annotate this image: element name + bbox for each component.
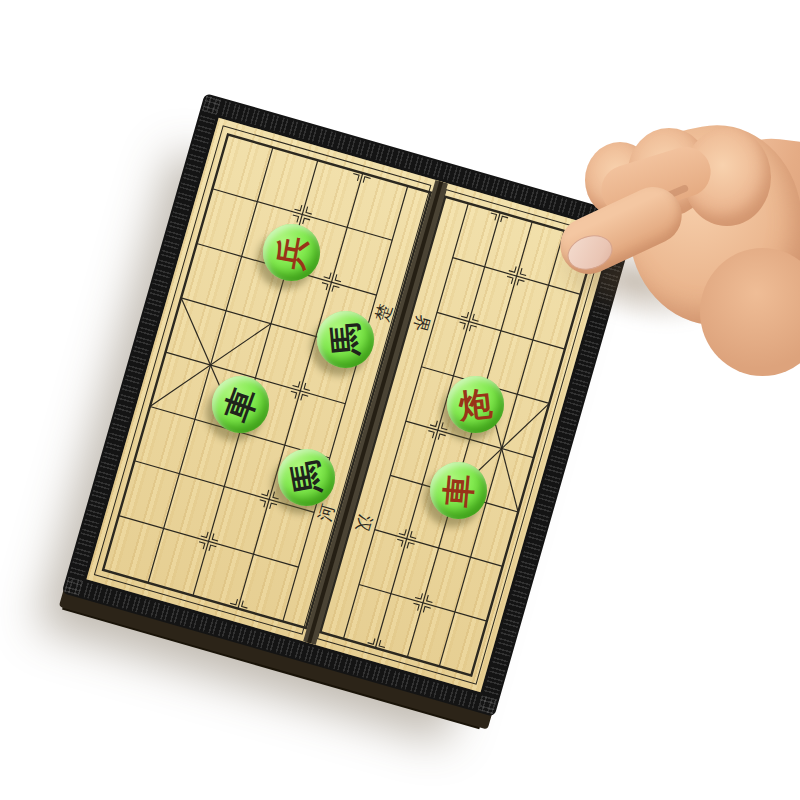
board-grid: 楚 河 界 汉 (86, 118, 612, 692)
piece-glyph: 兵 (261, 231, 323, 273)
piece-glyph: 馬 (276, 456, 338, 498)
piece-glyph: 車 (208, 379, 273, 430)
piece-glyph: 馬 (316, 321, 376, 359)
piece-glyph: 炮 (456, 374, 495, 434)
board-surface: 楚 河 界 汉 (86, 118, 612, 692)
piece-red-soldier[interactable]: 兵 (263, 224, 320, 281)
scene: 楚 河 界 汉 兵 馬 車 馬 炮 車 (0, 0, 800, 800)
piece-black-horse-2[interactable]: 馬 (278, 449, 335, 506)
river-char-han: 汉 (353, 513, 377, 535)
piece-red-chariot[interactable]: 車 (430, 462, 487, 519)
river-char-jie: 界 (410, 313, 434, 335)
piece-black-horse-1[interactable]: 馬 (317, 311, 374, 368)
piece-red-cannon[interactable]: 炮 (447, 376, 504, 433)
piece-black-chariot[interactable]: 車 (212, 376, 269, 433)
piece-glyph: 車 (429, 472, 489, 510)
xiangqi-board: 楚 河 界 汉 (62, 93, 638, 717)
